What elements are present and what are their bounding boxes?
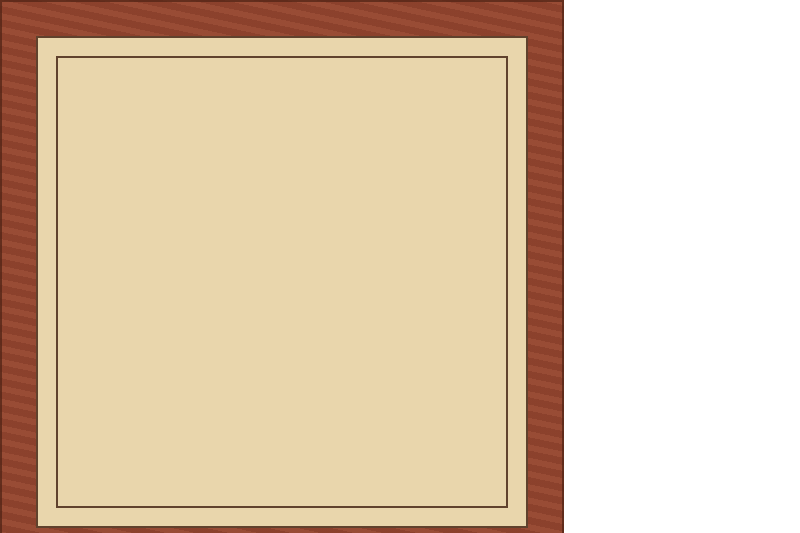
chessboard-grid	[58, 58, 506, 506]
chess-set-photo	[0, 0, 800, 533]
board-top	[0, 0, 564, 533]
